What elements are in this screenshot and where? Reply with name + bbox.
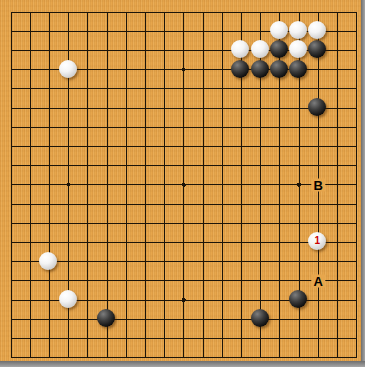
point-label-B: B — [311, 178, 324, 191]
board-shadow-right-edge — [361, 0, 365, 367]
hoshi-star-point — [297, 183, 301, 187]
white-stone-R7: 1 — [308, 232, 326, 250]
white-stone-Q17 — [289, 40, 307, 58]
point-label-A: A — [311, 274, 324, 287]
black-stone-P16 — [270, 60, 288, 78]
hoshi-star-point — [182, 183, 186, 187]
white-stone-C6 — [39, 252, 57, 270]
white-stone-R18 — [308, 21, 326, 39]
white-stone-P18 — [270, 21, 288, 39]
black-stone-O16 — [251, 60, 269, 78]
hoshi-star-point — [182, 298, 186, 302]
black-stone-R17 — [308, 40, 326, 58]
black-stone-Q4 — [289, 290, 307, 308]
go-board[interactable]: 1BA — [0, 0, 365, 367]
black-stone-Q16 — [289, 60, 307, 78]
white-stone-Q18 — [289, 21, 307, 39]
black-stone-N16 — [231, 60, 249, 78]
white-stone-O17 — [251, 40, 269, 58]
black-stone-R14 — [308, 98, 326, 116]
white-stone-D4 — [59, 290, 77, 308]
hoshi-star-point — [182, 68, 186, 72]
black-stone-N3 — [251, 309, 269, 327]
black-stone-P17 — [270, 40, 288, 58]
white-stone-N17 — [231, 40, 249, 58]
board-shadow-bottom-edge — [0, 361, 365, 367]
white-stone-D16 — [59, 60, 77, 78]
hoshi-star-point — [67, 183, 71, 187]
move-number-1: 1 — [308, 232, 326, 250]
black-stone-F3 — [97, 309, 115, 327]
